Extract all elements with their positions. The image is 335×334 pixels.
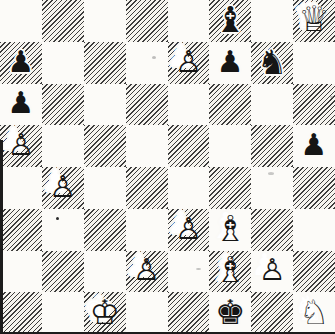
square-g1 — [251, 292, 293, 334]
square-h8: ♛♕ — [293, 0, 335, 42]
piece-glyph: ♕ — [298, 2, 329, 37]
white-knight-h1: ♞♘ — [293, 292, 335, 334]
black-bishop-f8: ♝ — [209, 0, 251, 42]
square-b7 — [42, 42, 84, 84]
square-h6 — [293, 84, 335, 126]
white-pawn-e3: ♟♙ — [168, 209, 210, 251]
square-d5 — [126, 125, 168, 167]
square-e5 — [168, 125, 210, 167]
square-c6 — [84, 84, 126, 126]
piece-glyph: ♝ — [214, 2, 246, 38]
square-g6 — [251, 84, 293, 126]
square-g8 — [251, 0, 293, 42]
square-b8 — [42, 0, 84, 42]
square-a5: ♟♙ — [0, 125, 42, 167]
piece-glyph: ♙ — [175, 214, 202, 244]
square-g3 — [251, 209, 293, 251]
square-e4 — [168, 167, 210, 209]
scan-speck — [56, 217, 59, 220]
white-pawn-a5: ♟♙ — [0, 125, 42, 167]
piece-glyph: ♟ — [217, 47, 244, 77]
square-d1 — [126, 292, 168, 334]
square-e1 — [168, 292, 210, 334]
square-c1: ♚♔ — [84, 292, 126, 334]
piece-glyph: ♞ — [257, 45, 287, 79]
piece-glyph: ♗ — [214, 252, 246, 288]
square-a2 — [0, 251, 42, 293]
square-b5 — [42, 125, 84, 167]
square-a1 — [0, 292, 42, 334]
piece-glyph: ♙ — [175, 47, 202, 77]
page-edge-rule-left — [0, 140, 3, 334]
square-e8 — [168, 0, 210, 42]
black-knight-g7: ♞ — [251, 42, 293, 84]
square-g7: ♞ — [251, 42, 293, 84]
piece-glyph: ♟ — [7, 88, 34, 118]
black-pawn-a7: ♟ — [0, 42, 42, 84]
scan-speck — [268, 172, 274, 175]
scanned-chess-diagram: ♝♛♕♟♟♙♟♞♟♟♙♟♟♙♟♙♝♗♟♙♝♗♟♙♚♔♚♞♘ 5b1Q/p3Ppn… — [0, 0, 335, 334]
square-d4 — [126, 167, 168, 209]
black-pawn-a6: ♟ — [0, 84, 42, 126]
square-h7 — [293, 42, 335, 84]
square-e2 — [168, 251, 210, 293]
white-bishop-f2: ♝♗ — [209, 251, 251, 293]
piece-glyph: ♙ — [49, 172, 76, 202]
white-queen-h8: ♛♕ — [293, 0, 335, 42]
square-b1 — [42, 292, 84, 334]
square-c5 — [84, 125, 126, 167]
black-pawn-h5: ♟ — [293, 125, 335, 167]
white-pawn-g2: ♟♙ — [251, 251, 293, 293]
square-a7: ♟ — [0, 42, 42, 84]
square-f2: ♝♗ — [209, 251, 251, 293]
piece-glyph: ♙ — [133, 255, 160, 285]
piece-glyph: ♟ — [7, 47, 34, 77]
piece-glyph: ♔ — [89, 295, 119, 329]
white-king-c1: ♚♔ — [84, 292, 126, 334]
square-e7: ♟♙ — [168, 42, 210, 84]
black-pawn-f7: ♟ — [209, 42, 251, 84]
square-d3 — [126, 209, 168, 251]
scan-speck — [152, 56, 156, 59]
square-g2: ♟♙ — [251, 251, 293, 293]
piece-glyph: ♟ — [301, 130, 328, 160]
square-f4 — [209, 167, 251, 209]
square-a6: ♟ — [0, 84, 42, 126]
square-d7 — [126, 42, 168, 84]
square-h5: ♟ — [293, 125, 335, 167]
square-c8 — [84, 0, 126, 42]
square-g5 — [251, 125, 293, 167]
square-b3 — [42, 209, 84, 251]
square-b2 — [42, 251, 84, 293]
piece-glyph: ♚ — [215, 295, 245, 329]
square-h4 — [293, 167, 335, 209]
square-b6 — [42, 84, 84, 126]
white-pawn-d2: ♟♙ — [126, 251, 168, 293]
scan-speck — [196, 268, 201, 270]
piece-glyph: ♗ — [214, 211, 246, 247]
square-f6 — [209, 84, 251, 126]
square-c7 — [84, 42, 126, 84]
square-d6 — [126, 84, 168, 126]
square-a8 — [0, 0, 42, 42]
black-king-f1: ♚ — [209, 292, 251, 334]
square-c2 — [84, 251, 126, 293]
square-f5 — [209, 125, 251, 167]
square-f1: ♚ — [209, 292, 251, 334]
square-f8: ♝ — [209, 0, 251, 42]
square-c4 — [84, 167, 126, 209]
scan-speck — [330, 96, 333, 98]
square-a4 — [0, 167, 42, 209]
chess-board: ♝♛♕♟♟♙♟♞♟♟♙♟♟♙♟♙♝♗♟♙♝♗♟♙♚♔♚♞♘ — [0, 0, 335, 334]
white-pawn-b4: ♟♙ — [42, 167, 84, 209]
square-h2 — [293, 251, 335, 293]
white-bishop-f3: ♝♗ — [209, 209, 251, 251]
square-d8 — [126, 0, 168, 42]
square-d2: ♟♙ — [126, 251, 168, 293]
square-b4: ♟♙ — [42, 167, 84, 209]
square-h1: ♞♘ — [293, 292, 335, 334]
square-h3 — [293, 209, 335, 251]
piece-glyph: ♙ — [259, 255, 286, 285]
square-e3: ♟♙ — [168, 209, 210, 251]
square-a3 — [0, 209, 42, 251]
white-pawn-e7: ♟♙ — [168, 42, 210, 84]
square-c3 — [84, 209, 126, 251]
square-e6 — [168, 84, 210, 126]
square-f7: ♟ — [209, 42, 251, 84]
square-f3: ♝♗ — [209, 209, 251, 251]
piece-glyph: ♘ — [299, 295, 329, 329]
piece-glyph: ♙ — [7, 130, 34, 160]
